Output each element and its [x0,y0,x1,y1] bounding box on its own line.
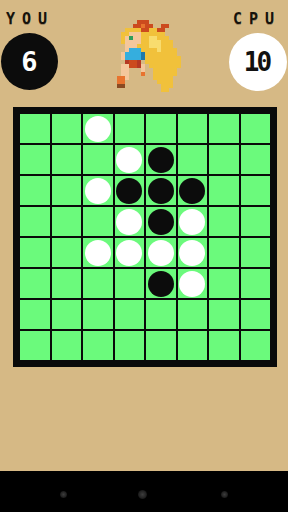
board-cell-f3[interactable] [178,176,208,205]
board-cell-f7[interactable] [178,300,208,329]
board-cell-g5[interactable] [209,238,239,267]
board-cell-f6[interactable] [178,269,208,298]
board-cell-h8[interactable] [241,331,271,360]
white-disc [179,271,205,297]
board-cell-c8[interactable] [83,331,113,360]
black-disc [116,178,142,204]
white-disc [85,178,111,204]
board-cell-b6[interactable] [52,269,82,298]
board-cell-a6[interactable] [20,269,50,298]
board-cell-b4[interactable] [52,207,82,236]
board-cell-a8[interactable] [20,331,50,360]
board-cell-g7[interactable] [209,300,239,329]
board-cell-e3[interactable] [146,176,176,205]
board-cell-c3[interactable] [83,176,113,205]
player-label: YOU [6,10,54,28]
game-board [13,107,277,367]
board-cell-h3[interactable] [241,176,271,205]
nav-home-button[interactable] [138,490,147,499]
board-cell-h4[interactable] [241,207,271,236]
board-cell-h1[interactable] [241,114,271,143]
board-cell-h6[interactable] [241,269,271,298]
white-disc [179,209,205,235]
black-disc [148,178,174,204]
board-cell-f1[interactable] [178,114,208,143]
android-navbar [0,471,288,512]
nav-recent-button[interactable] [221,491,228,498]
board-cell-e7[interactable] [146,300,176,329]
board-cell-a7[interactable] [20,300,50,329]
board-cell-d5[interactable] [115,238,145,267]
black-disc [148,271,174,297]
white-disc [116,147,142,173]
board-cell-e6[interactable] [146,269,176,298]
board-cell-g6[interactable] [209,269,239,298]
cpu-label: CPU [233,10,281,28]
board-cell-f4[interactable] [178,207,208,236]
board-cell-d8[interactable] [115,331,145,360]
black-disc [179,178,205,204]
cpu-score: 10 [244,47,269,77]
character-sprite-icon [113,20,185,92]
player-score: 6 [21,46,37,77]
board-cell-h7[interactable] [241,300,271,329]
board-cell-b8[interactable] [52,331,82,360]
board-cell-h5[interactable] [241,238,271,267]
black-disc [148,147,174,173]
white-disc [85,116,111,142]
board-cell-c1[interactable] [83,114,113,143]
board-cell-c2[interactable] [83,145,113,174]
board-cell-c6[interactable] [83,269,113,298]
board-cell-b2[interactable] [52,145,82,174]
board-cell-f5[interactable] [178,238,208,267]
board-cell-c5[interactable] [83,238,113,267]
board-cell-g8[interactable] [209,331,239,360]
board-cell-e4[interactable] [146,207,176,236]
board-cell-c4[interactable] [83,207,113,236]
board-cell-a2[interactable] [20,145,50,174]
board-cell-a1[interactable] [20,114,50,143]
board-cell-g1[interactable] [209,114,239,143]
cpu-score-badge: 10 [229,33,287,91]
board-cell-d1[interactable] [115,114,145,143]
board-cell-b3[interactable] [52,176,82,205]
board-cell-a4[interactable] [20,207,50,236]
black-disc [148,209,174,235]
board-cell-c7[interactable] [83,300,113,329]
board-cell-d2[interactable] [115,145,145,174]
white-disc [116,240,142,266]
board-cell-e1[interactable] [146,114,176,143]
board-cell-b1[interactable] [52,114,82,143]
board-cell-h2[interactable] [241,145,271,174]
board-cell-a3[interactable] [20,176,50,205]
board-cell-a5[interactable] [20,238,50,267]
board-cell-g4[interactable] [209,207,239,236]
white-disc [85,240,111,266]
white-disc [148,240,174,266]
board-cell-e5[interactable] [146,238,176,267]
board-cell-d4[interactable] [115,207,145,236]
game-screen: YOU CPU 6 10 [0,0,288,512]
white-disc [179,240,205,266]
board-cell-g3[interactable] [209,176,239,205]
board-cell-e8[interactable] [146,331,176,360]
white-disc [116,209,142,235]
board-cell-d6[interactable] [115,269,145,298]
board-cell-f2[interactable] [178,145,208,174]
board-cell-f8[interactable] [178,331,208,360]
board-cell-b7[interactable] [52,300,82,329]
board-cell-d3[interactable] [115,176,145,205]
player-score-badge: 6 [1,33,58,90]
board-cell-b5[interactable] [52,238,82,267]
board-cell-e2[interactable] [146,145,176,174]
board-cell-d7[interactable] [115,300,145,329]
board-cell-g2[interactable] [209,145,239,174]
nav-back-button[interactable] [60,491,67,498]
